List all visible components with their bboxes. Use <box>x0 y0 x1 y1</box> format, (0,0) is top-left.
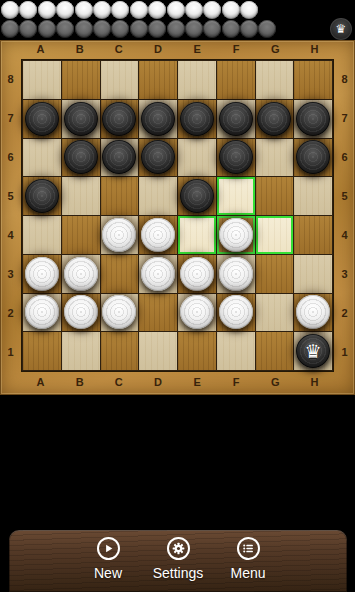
square-h1[interactable]: ♛ <box>294 332 332 370</box>
tray-black-piece <box>185 20 203 38</box>
white-man-e2[interactable] <box>180 295 214 329</box>
black-man-e7[interactable] <box>180 102 214 136</box>
square-f7[interactable] <box>217 100 255 138</box>
square-b8[interactable] <box>62 61 100 99</box>
file-label: F <box>217 376 256 388</box>
tray-black-piece <box>203 20 221 38</box>
black-man-b7[interactable] <box>64 102 98 136</box>
white-man-f2[interactable] <box>219 295 253 329</box>
black-man-f7[interactable] <box>219 102 253 136</box>
black-man-a7[interactable] <box>25 102 59 136</box>
file-label: B <box>60 376 99 388</box>
black-man-f6[interactable] <box>219 140 253 174</box>
white-man-h2[interactable] <box>296 295 330 329</box>
tray-black-piece <box>148 20 166 38</box>
tray-black-piece <box>1 20 19 38</box>
square-d5[interactable] <box>139 177 177 215</box>
square-e4[interactable] <box>178 216 216 254</box>
file-labels-top: ABCDEFGH <box>21 43 334 55</box>
square-h3[interactable] <box>294 255 332 293</box>
rank-label: 2 <box>334 294 355 333</box>
file-label: E <box>178 43 217 55</box>
black-man-c6[interactable] <box>102 140 136 174</box>
file-label: F <box>217 43 256 55</box>
square-e6[interactable] <box>178 139 216 177</box>
square-g5[interactable] <box>256 177 294 215</box>
black-king-h1[interactable]: ♛ <box>296 334 330 368</box>
menu-button[interactable]: Menu <box>220 530 276 592</box>
white-man-a3[interactable] <box>25 257 59 291</box>
square-a6[interactable] <box>23 139 61 177</box>
square-f4[interactable] <box>217 216 255 254</box>
file-label: A <box>21 376 60 388</box>
square-f8[interactable] <box>217 61 255 99</box>
file-label: G <box>256 43 295 55</box>
square-e5[interactable] <box>178 177 216 215</box>
tray-black-piece <box>19 20 37 38</box>
file-label: E <box>178 376 217 388</box>
square-a3[interactable] <box>23 255 61 293</box>
tray-white-piece <box>93 1 111 19</box>
tray-black-piece <box>130 20 148 38</box>
square-b3[interactable] <box>62 255 100 293</box>
rank-labels-left: 87654321 <box>0 59 21 372</box>
tray-white-piece <box>203 1 221 19</box>
square-c8[interactable] <box>101 61 139 99</box>
square-h5[interactable] <box>294 177 332 215</box>
rank-label: 8 <box>334 59 355 98</box>
tray-black-piece <box>167 20 185 38</box>
square-c5[interactable] <box>101 177 139 215</box>
square-d7[interactable] <box>139 100 177 138</box>
square-a7[interactable] <box>23 100 61 138</box>
square-e8[interactable] <box>178 61 216 99</box>
white-man-a2[interactable] <box>25 295 59 329</box>
tray-white-piece <box>148 1 166 19</box>
rank-label: 6 <box>0 137 21 176</box>
square-b2[interactable] <box>62 294 100 332</box>
tray-black-piece <box>75 20 93 38</box>
tray-white-piece <box>19 1 37 19</box>
black-man-b6[interactable] <box>64 140 98 174</box>
white-man-c2[interactable] <box>102 295 136 329</box>
square-a2[interactable] <box>23 294 61 332</box>
square-h7[interactable] <box>294 100 332 138</box>
black-man-d6[interactable] <box>141 140 175 174</box>
new-button-label: New <box>94 565 122 581</box>
square-d1[interactable] <box>139 332 177 370</box>
rank-labels-right: 87654321 <box>334 59 355 372</box>
square-f1[interactable] <box>217 332 255 370</box>
square-e2[interactable] <box>178 294 216 332</box>
file-label: A <box>21 43 60 55</box>
square-c6[interactable] <box>101 139 139 177</box>
file-label: D <box>138 376 177 388</box>
rank-label: 5 <box>334 176 355 215</box>
square-b5[interactable] <box>62 177 100 215</box>
black-king-indicator: ♛ <box>330 18 352 40</box>
file-label: C <box>99 376 138 388</box>
tray-white-piece <box>111 1 129 19</box>
rank-label: 8 <box>0 59 21 98</box>
square-g8[interactable] <box>256 61 294 99</box>
square-b7[interactable] <box>62 100 100 138</box>
file-labels-bottom: ABCDEFGH <box>21 376 334 388</box>
square-c2[interactable] <box>101 294 139 332</box>
tray-black-piece <box>240 20 258 38</box>
file-label: D <box>138 43 177 55</box>
tray-white-piece <box>240 1 258 19</box>
new-button[interactable]: New <box>80 530 136 592</box>
gear-icon <box>167 537 190 560</box>
board: ABCDEFGH 87654321 ♛ 87654321 ABCDEFGH <box>0 40 355 395</box>
square-a8[interactable] <box>23 61 61 99</box>
tray-black <box>1 20 276 38</box>
rank-label: 5 <box>0 176 21 215</box>
black-man-e5[interactable] <box>180 179 214 213</box>
tray-black-piece <box>93 20 111 38</box>
black-man-g7[interactable] <box>257 102 291 136</box>
white-man-d3[interactable] <box>141 257 175 291</box>
tray-white-piece <box>1 1 19 19</box>
crown-icon: ♛ <box>296 334 330 368</box>
menu-button-label: Menu <box>230 565 265 581</box>
square-d4[interactable] <box>139 216 177 254</box>
play-icon <box>97 537 120 560</box>
rank-label: 6 <box>334 137 355 176</box>
square-h6[interactable] <box>294 139 332 177</box>
black-man-h6[interactable] <box>296 140 330 174</box>
rank-label: 3 <box>0 255 21 294</box>
checkers-app: ♛ ABCDEFGH 87654321 ♛ 87654321 ABCDEFGH … <box>0 0 355 592</box>
file-label: B <box>60 43 99 55</box>
square-f5[interactable] <box>217 177 255 215</box>
rank-label: 7 <box>0 98 21 137</box>
settings-button[interactable]: Settings <box>150 530 206 592</box>
tray-white-piece <box>222 1 240 19</box>
file-label: H <box>295 376 334 388</box>
tray-black-piece <box>258 20 276 38</box>
tray-white-piece <box>38 1 56 19</box>
white-man-f4[interactable] <box>219 218 253 252</box>
tray-white-piece <box>167 1 185 19</box>
square-g6[interactable] <box>256 139 294 177</box>
tray-black-piece <box>222 20 240 38</box>
square-b4[interactable] <box>62 216 100 254</box>
square-g1[interactable] <box>256 332 294 370</box>
square-a5[interactable] <box>23 177 61 215</box>
square-d2[interactable] <box>139 294 177 332</box>
file-label: G <box>256 376 295 388</box>
square-g4[interactable] <box>256 216 294 254</box>
square-a4[interactable] <box>23 216 61 254</box>
tray-black-piece <box>38 20 56 38</box>
square-b1[interactable] <box>62 332 100 370</box>
square-e3[interactable] <box>178 255 216 293</box>
square-e1[interactable] <box>178 332 216 370</box>
bottom-toolbar: New <box>9 530 347 592</box>
rank-label: 4 <box>334 216 355 255</box>
white-man-e3[interactable] <box>180 257 214 291</box>
board-grid: ♛ <box>21 59 334 372</box>
square-g7[interactable] <box>256 100 294 138</box>
square-h2[interactable] <box>294 294 332 332</box>
rank-label: 3 <box>334 255 355 294</box>
file-label: H <box>295 43 334 55</box>
square-c7[interactable] <box>101 100 139 138</box>
list-icon <box>237 537 260 560</box>
white-man-b2[interactable] <box>64 295 98 329</box>
black-man-h7[interactable] <box>296 102 330 136</box>
crown-icon: ♛ <box>336 23 347 35</box>
square-c4[interactable] <box>101 216 139 254</box>
tray-black-piece <box>56 20 74 38</box>
square-e7[interactable] <box>178 100 216 138</box>
white-man-d4[interactable] <box>141 218 175 252</box>
white-man-b3[interactable] <box>64 257 98 291</box>
square-d3[interactable] <box>139 255 177 293</box>
tray-white-piece <box>75 1 93 19</box>
square-h8[interactable] <box>294 61 332 99</box>
white-man-c4[interactable] <box>102 218 136 252</box>
rank-label: 7 <box>334 98 355 137</box>
tray-white <box>1 1 258 19</box>
square-d8[interactable] <box>139 61 177 99</box>
white-man-f3[interactable] <box>219 257 253 291</box>
settings-button-label: Settings <box>153 565 204 581</box>
tray-white-piece <box>130 1 148 19</box>
square-g3[interactable] <box>256 255 294 293</box>
square-c1[interactable] <box>101 332 139 370</box>
rank-label: 2 <box>0 294 21 333</box>
file-label: C <box>99 43 138 55</box>
tray-white-piece <box>185 1 203 19</box>
square-h4[interactable] <box>294 216 332 254</box>
square-f3[interactable] <box>217 255 255 293</box>
rank-label: 4 <box>0 216 21 255</box>
black-man-c7[interactable] <box>102 102 136 136</box>
tray-black-piece <box>111 20 129 38</box>
tray-white-piece <box>56 1 74 19</box>
rank-label: 1 <box>334 333 355 372</box>
rank-label: 1 <box>0 333 21 372</box>
square-f6[interactable] <box>217 139 255 177</box>
square-f2[interactable] <box>217 294 255 332</box>
square-d6[interactable] <box>139 139 177 177</box>
black-man-a5[interactable] <box>25 179 59 213</box>
black-man-d7[interactable] <box>141 102 175 136</box>
square-a1[interactable] <box>23 332 61 370</box>
square-b6[interactable] <box>62 139 100 177</box>
square-g2[interactable] <box>256 294 294 332</box>
square-c3[interactable] <box>101 255 139 293</box>
